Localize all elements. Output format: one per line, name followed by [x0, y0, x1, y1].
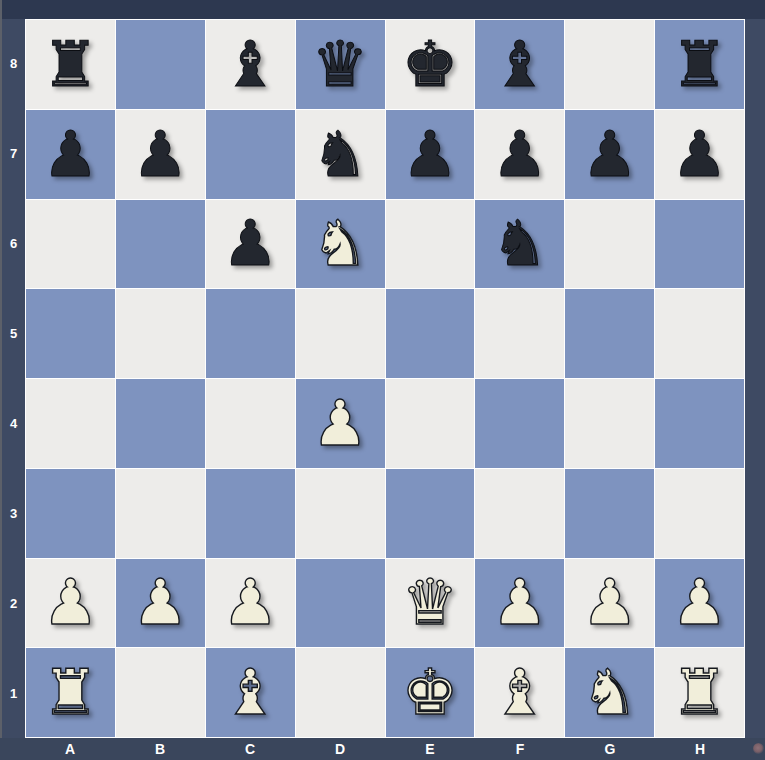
- white-bishop-icon[interactable]: ♝: [222, 661, 278, 724]
- square-e6[interactable]: [386, 200, 475, 289]
- square-d8[interactable]: ♛: [296, 20, 385, 109]
- right-border-strip: [745, 19, 765, 738]
- square-a8[interactable]: ♜: [26, 20, 115, 109]
- square-h2[interactable]: ♟: [655, 559, 744, 648]
- square-g1[interactable]: ♞: [565, 648, 654, 737]
- square-a2[interactable]: ♟: [26, 559, 115, 648]
- square-c8[interactable]: ♝: [206, 20, 295, 109]
- square-f7[interactable]: ♟: [475, 110, 564, 199]
- square-g6[interactable]: [565, 200, 654, 289]
- rank-label-5: 5: [2, 289, 25, 379]
- black-pawn-icon[interactable]: ♟: [42, 123, 98, 186]
- square-a1[interactable]: ♜: [26, 648, 115, 737]
- record-indicator-dot: [753, 743, 764, 754]
- square-c5[interactable]: [206, 289, 295, 378]
- white-pawn-icon[interactable]: ♟: [42, 571, 98, 634]
- rank-label-8: 8: [2, 19, 25, 109]
- square-g8[interactable]: [565, 20, 654, 109]
- rank-label-3: 3: [2, 468, 25, 558]
- square-h3[interactable]: [655, 469, 744, 558]
- rank-label-2: 2: [2, 558, 25, 648]
- rank-label-7: 7: [2, 109, 25, 199]
- black-knight-icon[interactable]: ♞: [492, 212, 548, 275]
- black-rook-icon[interactable]: ♜: [42, 33, 98, 96]
- square-b6[interactable]: [116, 200, 205, 289]
- black-rook-icon[interactable]: ♜: [671, 33, 727, 96]
- square-e2[interactable]: ♛: [386, 559, 475, 648]
- square-e1[interactable]: ♚: [386, 648, 475, 737]
- square-d5[interactable]: [296, 289, 385, 378]
- square-h1[interactable]: ♜: [655, 648, 744, 737]
- white-pawn-icon[interactable]: ♟: [581, 571, 637, 634]
- white-king-icon[interactable]: ♚: [402, 661, 458, 724]
- square-f4[interactable]: [475, 379, 564, 468]
- square-h6[interactable]: [655, 200, 744, 289]
- black-knight-icon[interactable]: ♞: [312, 123, 368, 186]
- white-pawn-icon[interactable]: ♟: [132, 571, 188, 634]
- square-d3[interactable]: [296, 469, 385, 558]
- square-e8[interactable]: ♚: [386, 20, 475, 109]
- square-f3[interactable]: [475, 469, 564, 558]
- square-b3[interactable]: [116, 469, 205, 558]
- black-pawn-icon[interactable]: ♟: [222, 212, 278, 275]
- square-a3[interactable]: [26, 469, 115, 558]
- square-h8[interactable]: ♜: [655, 20, 744, 109]
- square-a6[interactable]: [26, 200, 115, 289]
- square-b2[interactable]: ♟: [116, 559, 205, 648]
- square-b5[interactable]: [116, 289, 205, 378]
- square-c7[interactable]: [206, 110, 295, 199]
- file-label-g: G: [565, 738, 655, 760]
- rank-label-1: 1: [2, 648, 25, 738]
- white-knight-icon[interactable]: ♞: [312, 212, 368, 275]
- square-g4[interactable]: [565, 379, 654, 468]
- square-d7[interactable]: ♞: [296, 110, 385, 199]
- square-a7[interactable]: ♟: [26, 110, 115, 199]
- white-pawn-icon[interactable]: ♟: [222, 571, 278, 634]
- rank-label-4: 4: [2, 379, 25, 469]
- black-pawn-icon[interactable]: ♟: [132, 123, 188, 186]
- square-f6[interactable]: ♞: [475, 200, 564, 289]
- square-g5[interactable]: [565, 289, 654, 378]
- square-d4[interactable]: ♟: [296, 379, 385, 468]
- square-b4[interactable]: [116, 379, 205, 468]
- square-h7[interactable]: ♟: [655, 110, 744, 199]
- file-label-b: B: [115, 738, 205, 760]
- file-label-d: D: [295, 738, 385, 760]
- square-g2[interactable]: ♟: [565, 559, 654, 648]
- square-c1[interactable]: ♝: [206, 648, 295, 737]
- white-pawn-icon[interactable]: ♟: [492, 571, 548, 634]
- white-pawn-icon[interactable]: ♟: [671, 571, 727, 634]
- white-bishop-icon[interactable]: ♝: [492, 661, 548, 724]
- square-h5[interactable]: [655, 289, 744, 378]
- square-f1[interactable]: ♝: [475, 648, 564, 737]
- square-d1[interactable]: [296, 648, 385, 737]
- square-d6[interactable]: ♞: [296, 200, 385, 289]
- square-b7[interactable]: ♟: [116, 110, 205, 199]
- square-h4[interactable]: [655, 379, 744, 468]
- file-label-h: H: [655, 738, 745, 760]
- square-d2[interactable]: [296, 559, 385, 648]
- black-pawn-icon[interactable]: ♟: [581, 123, 637, 186]
- square-c3[interactable]: [206, 469, 295, 558]
- black-pawn-icon[interactable]: ♟: [402, 123, 458, 186]
- white-pawn-icon[interactable]: ♟: [312, 392, 368, 455]
- square-c6[interactable]: ♟: [206, 200, 295, 289]
- file-label-c: C: [205, 738, 295, 760]
- square-a4[interactable]: [26, 379, 115, 468]
- square-e7[interactable]: ♟: [386, 110, 475, 199]
- white-knight-icon[interactable]: ♞: [581, 661, 637, 724]
- file-coordinates-row: ABCDEFGH: [25, 738, 745, 760]
- square-e4[interactable]: [386, 379, 475, 468]
- top-border-strip: [0, 0, 765, 19]
- white-queen-icon[interactable]: ♛: [402, 571, 458, 634]
- file-label-f: F: [475, 738, 565, 760]
- black-bishop-icon[interactable]: ♝: [222, 33, 278, 96]
- square-a5[interactable]: [26, 289, 115, 378]
- rank-label-6: 6: [2, 199, 25, 289]
- square-g3[interactable]: [565, 469, 654, 558]
- black-bishop-icon[interactable]: ♝: [492, 33, 548, 96]
- black-pawn-icon[interactable]: ♟: [671, 123, 727, 186]
- bottom-border-strip: ABCDEFGH: [0, 738, 765, 760]
- black-king-icon[interactable]: ♚: [402, 33, 458, 96]
- square-f5[interactable]: [475, 289, 564, 378]
- black-queen-icon[interactable]: ♛: [312, 33, 368, 96]
- square-c2[interactable]: ♟: [206, 559, 295, 648]
- file-label-e: E: [385, 738, 475, 760]
- black-pawn-icon[interactable]: ♟: [492, 123, 548, 186]
- file-label-a: A: [25, 738, 115, 760]
- square-f2[interactable]: ♟: [475, 559, 564, 648]
- square-e5[interactable]: [386, 289, 475, 378]
- square-b8[interactable]: [116, 20, 205, 109]
- square-e3[interactable]: [386, 469, 475, 558]
- square-b1[interactable]: [116, 648, 205, 737]
- rank-coordinates-column: 87654321: [2, 19, 25, 738]
- board: ♜♝♛♚♝♜♟♟♞♟♟♟♟♟♞♞♟♟♟♟♛♟♟♟♜♝♚♝♞♜: [25, 19, 745, 738]
- square-c4[interactable]: [206, 379, 295, 468]
- white-rook-icon[interactable]: ♜: [42, 661, 98, 724]
- square-g7[interactable]: ♟: [565, 110, 654, 199]
- white-rook-icon[interactable]: ♜: [671, 661, 727, 724]
- square-f8[interactable]: ♝: [475, 20, 564, 109]
